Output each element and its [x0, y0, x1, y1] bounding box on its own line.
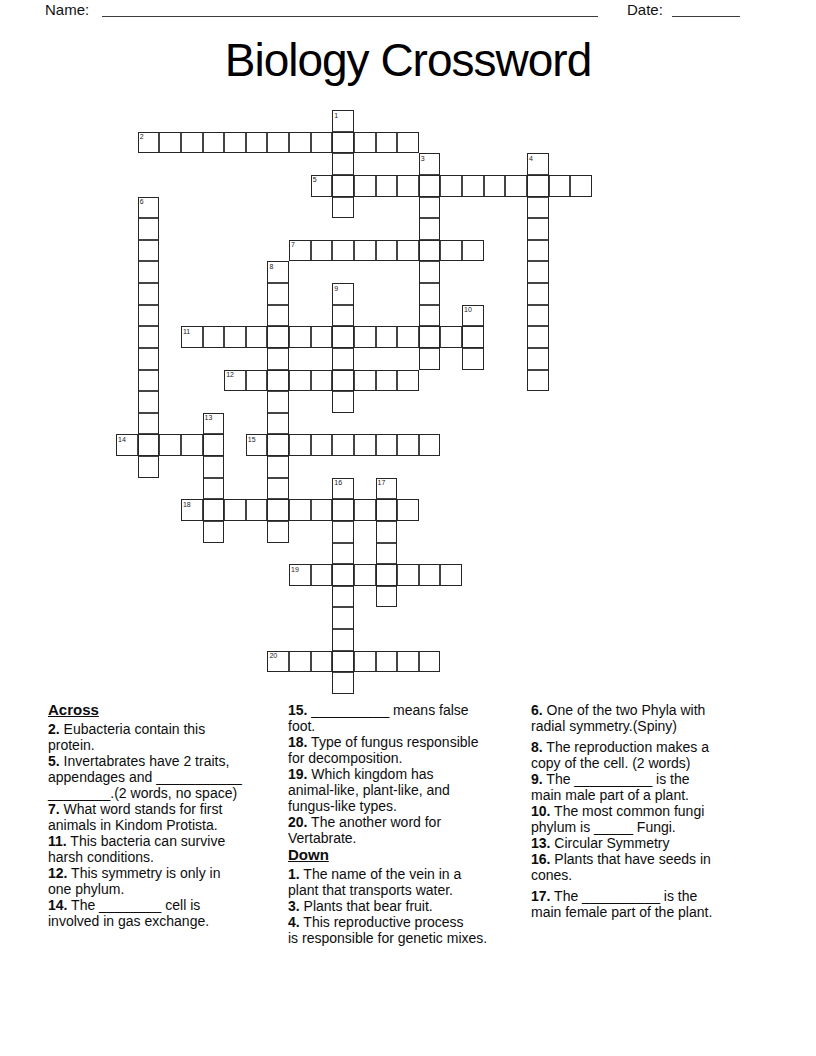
clue-10: 10. The most common fungi phylum is ____…	[531, 803, 773, 835]
cell-r8-c14[interactable]	[419, 283, 441, 305]
cell-r3-c16[interactable]	[462, 175, 484, 197]
cell-r10-c6[interactable]	[246, 326, 268, 348]
clue-9: 9. The __________ is the main male part …	[531, 771, 773, 803]
clue-number-label: 9.	[531, 771, 543, 787]
cell-r14-c1[interactable]	[138, 413, 160, 435]
cell-r18-c9[interactable]	[311, 499, 333, 521]
cell-r12-c1[interactable]	[138, 370, 160, 392]
cell-r13-c10[interactable]	[332, 391, 354, 413]
cell-r1-c5[interactable]	[224, 132, 246, 154]
cell-r15-c13[interactable]	[397, 434, 419, 456]
cell-r1-c10[interactable]	[332, 132, 354, 154]
cell-r12-c8[interactable]	[289, 370, 311, 392]
clue-number-label: 15.	[288, 702, 307, 718]
name-blank-line	[102, 16, 598, 17]
cell-r10-c13[interactable]	[397, 326, 419, 348]
cell-r10-c14[interactable]	[419, 326, 441, 348]
cell-r6-c13[interactable]	[397, 240, 419, 262]
cell-r3-c21[interactable]	[570, 175, 592, 197]
cell-r4-c10[interactable]	[332, 197, 354, 219]
cell-r15-c14[interactable]	[419, 434, 441, 456]
cell-r11-c7[interactable]	[267, 348, 289, 370]
cell-r15-c2[interactable]	[159, 434, 181, 456]
cell-r6-c15[interactable]	[440, 240, 462, 262]
clue-14: 14. The ________ cell is involved in gas…	[48, 897, 290, 929]
cell-r21-c13[interactable]	[397, 564, 419, 586]
cell-r8-c19[interactable]	[527, 283, 549, 305]
clue-12: 12. This symmetry is only in one phylum.	[48, 865, 290, 897]
cell-r4-c1[interactable]	[138, 197, 160, 219]
cell-r12-c9[interactable]	[311, 370, 333, 392]
cell-r6-c14[interactable]	[419, 240, 441, 262]
cell-r3-c19[interactable]	[527, 175, 549, 197]
cell-r6-c12[interactable]	[376, 240, 398, 262]
cell-r1-c3[interactable]	[181, 132, 203, 154]
cell-r1-c6[interactable]	[246, 132, 268, 154]
cell-r9-c19[interactable]	[527, 305, 549, 327]
clue-13: 13. Circular Symmetry	[531, 835, 773, 851]
cell-r11-c14[interactable]	[419, 348, 441, 370]
cell-r9-c16[interactable]	[462, 305, 484, 327]
cell-r1-c13[interactable]	[397, 132, 419, 154]
cell-r3-c10[interactable]	[332, 175, 354, 197]
cell-r10-c12[interactable]	[376, 326, 398, 348]
cell-r22-c10[interactable]	[332, 586, 354, 608]
cell-r3-c18[interactable]	[505, 175, 527, 197]
cell-r25-c7[interactable]	[267, 651, 289, 673]
clue-number-label: 13.	[531, 835, 550, 851]
cell-r18-c11[interactable]	[354, 499, 376, 521]
cell-r15-c0[interactable]	[116, 434, 138, 456]
cell-r6-c1[interactable]	[138, 240, 160, 262]
clue-number-label: 14.	[48, 897, 67, 913]
cell-r15-c6[interactable]	[246, 434, 268, 456]
cell-r25-c12[interactable]	[376, 651, 398, 673]
cell-r5-c19[interactable]	[527, 218, 549, 240]
clue-11: 11. This bacteria can survive harsh cond…	[48, 833, 290, 865]
cell-r25-c14[interactable]	[419, 651, 441, 673]
cell-r21-c10[interactable]	[332, 564, 354, 586]
cell-r17-c4[interactable]	[203, 478, 225, 500]
cell-r1-c12[interactable]	[376, 132, 398, 154]
clue-number-label: 17.	[531, 888, 550, 904]
cell-r1-c11[interactable]	[354, 132, 376, 154]
worksheet-page: { "game": "crossword", "header": { "name…	[0, 0, 816, 1056]
cell-r12-c10[interactable]	[332, 370, 354, 392]
clue-number-label: 12.	[48, 865, 67, 881]
cell-r9-c1[interactable]	[138, 305, 160, 327]
cell-r10-c7[interactable]	[267, 326, 289, 348]
cell-r21-c12[interactable]	[376, 564, 398, 586]
clue-1: 1. The name of the vein in a plant that …	[288, 866, 530, 898]
cell-r12-c6[interactable]	[246, 370, 268, 392]
cell-r15-c8[interactable]	[289, 434, 311, 456]
cell-r3-c9[interactable]	[311, 175, 333, 197]
clue-number-label: 1.	[288, 866, 300, 882]
cell-r18-c6[interactable]	[246, 499, 268, 521]
cell-r3-c15[interactable]	[440, 175, 462, 197]
cell-r25-c11[interactable]	[354, 651, 376, 673]
cell-r5-c14[interactable]	[419, 218, 441, 240]
cell-r10-c16[interactable]	[462, 326, 484, 348]
clue-18: 18. Type of fungus responsible for decom…	[288, 734, 530, 766]
cell-r9-c14[interactable]	[419, 305, 441, 327]
cell-r12-c13[interactable]	[397, 370, 419, 392]
clue-number-label: 10.	[531, 803, 550, 819]
clue-number-label: 18.	[288, 734, 307, 750]
clue-number-label: 19.	[288, 766, 307, 782]
cell-r16-c4[interactable]	[203, 456, 225, 478]
cell-r14-c7[interactable]	[267, 413, 289, 435]
cell-r16-c1[interactable]	[138, 456, 160, 478]
cell-r19-c4[interactable]	[203, 521, 225, 543]
cell-r6-c8[interactable]	[289, 240, 311, 262]
cell-r3-c13[interactable]	[397, 175, 419, 197]
cell-r2-c14[interactable]	[419, 153, 441, 175]
cell-r2-c10[interactable]	[332, 153, 354, 175]
cell-r18-c5[interactable]	[224, 499, 246, 521]
cell-r11-c16[interactable]	[462, 348, 484, 370]
cell-r8-c10[interactable]	[332, 283, 354, 305]
cell-r15-c11[interactable]	[354, 434, 376, 456]
clue-number-label: 5.	[48, 753, 60, 769]
cell-r12-c5[interactable]	[224, 370, 246, 392]
clue-number-label: 8.	[531, 739, 543, 755]
clue-number-label: 20.	[288, 814, 307, 830]
cell-r10-c11[interactable]	[354, 326, 376, 348]
cell-r10-c3[interactable]	[181, 326, 203, 348]
clue-number-label: 7.	[48, 801, 60, 817]
cell-r25-c9[interactable]	[311, 651, 333, 673]
cell-r10-c10[interactable]	[332, 326, 354, 348]
cell-r7-c1[interactable]	[138, 261, 160, 283]
cell-r21-c14[interactable]	[419, 564, 441, 586]
clue-17: 17. The __________ is the main female pa…	[531, 888, 773, 920]
cell-r9-c7[interactable]	[267, 305, 289, 327]
clue-number-label: 3.	[288, 898, 300, 914]
cell-r15-c10[interactable]	[332, 434, 354, 456]
cell-r10-c9[interactable]	[311, 326, 333, 348]
cell-r12-c19[interactable]	[527, 370, 549, 392]
cell-r26-c10[interactable]	[332, 672, 354, 694]
cell-r25-c8[interactable]	[289, 651, 311, 673]
cell-r13-c1[interactable]	[138, 391, 160, 413]
cell-r8-c7[interactable]	[267, 283, 289, 305]
cell-r1-c7[interactable]	[267, 132, 289, 154]
cell-r18-c4[interactable]	[203, 499, 225, 521]
cell-r15-c4[interactable]	[203, 434, 225, 456]
cell-r18-c10[interactable]	[332, 499, 354, 521]
cell-r11-c1[interactable]	[138, 348, 160, 370]
cell-r13-c7[interactable]	[267, 391, 289, 413]
cell-r11-c19[interactable]	[527, 348, 549, 370]
cell-r23-c10[interactable]	[332, 607, 354, 629]
cell-r3-c14[interactable]	[419, 175, 441, 197]
cell-r10-c19[interactable]	[527, 326, 549, 348]
cell-r7-c7[interactable]	[267, 261, 289, 283]
cell-r1-c1[interactable]	[138, 132, 160, 154]
cell-r16-c7[interactable]	[267, 456, 289, 478]
cell-r19-c7[interactable]	[267, 521, 289, 543]
clue-7: 7. What word stands for first animals in…	[48, 801, 290, 833]
page-title: Biology Crossword	[0, 33, 816, 87]
clues-section-header-across: Across	[48, 702, 290, 718]
clues-column-1: Across2. Eubacteria contain this protein…	[48, 702, 290, 929]
cell-r4-c19[interactable]	[527, 197, 549, 219]
cell-r20-c10[interactable]	[332, 543, 354, 565]
cell-r15-c1[interactable]	[138, 434, 160, 456]
cell-r18-c12[interactable]	[376, 499, 398, 521]
cell-r2-c19[interactable]	[527, 153, 549, 175]
date-blank-line	[672, 16, 740, 17]
cell-r19-c10[interactable]	[332, 521, 354, 543]
cell-r6-c10[interactable]	[332, 240, 354, 262]
clue-3: 3. Plants that bear fruit.	[288, 898, 530, 914]
cell-r6-c11[interactable]	[354, 240, 376, 262]
cell-r1-c2[interactable]	[159, 132, 181, 154]
cell-r20-c12[interactable]	[376, 543, 398, 565]
clue-number-label: 4.	[288, 914, 300, 930]
cell-r14-c4[interactable]	[203, 413, 225, 435]
cell-r21-c9[interactable]	[311, 564, 333, 586]
cell-r7-c14[interactable]	[419, 261, 441, 283]
cell-r19-c12[interactable]	[376, 521, 398, 543]
clue-16: 16. Plants that have seeds in cones.	[531, 851, 773, 883]
cell-r18-c3[interactable]	[181, 499, 203, 521]
cell-r15-c12[interactable]	[376, 434, 398, 456]
clue-4: 4. This reproductive process is responsi…	[288, 914, 530, 946]
cell-r21-c15[interactable]	[440, 564, 462, 586]
clue-20: 20. The another word for Vertabrate.	[288, 814, 530, 846]
cell-r4-c14[interactable]	[419, 197, 441, 219]
cell-r1-c4[interactable]	[203, 132, 225, 154]
clue-number-label: 6.	[531, 702, 543, 718]
cell-r25-c10[interactable]	[332, 651, 354, 673]
clue-6: 6. One of the two Phyla with radial symm…	[531, 702, 773, 734]
date-label: Date:	[627, 1, 663, 18]
name-label: Name:	[45, 1, 89, 18]
cell-r10-c8[interactable]	[289, 326, 311, 348]
cell-r17-c12[interactable]	[376, 478, 398, 500]
cell-r21-c8[interactable]	[289, 564, 311, 586]
cell-r5-c1[interactable]	[138, 218, 160, 240]
cell-r12-c11[interactable]	[354, 370, 376, 392]
cell-r18-c7[interactable]	[267, 499, 289, 521]
clue-19: 19. Which kingdom has animal-like, plant…	[288, 766, 530, 814]
cell-r11-c10[interactable]	[332, 348, 354, 370]
cell-r15-c3[interactable]	[181, 434, 203, 456]
cell-r6-c9[interactable]	[311, 240, 333, 262]
clue-2: 2. Eubacteria contain this protein.	[48, 721, 290, 753]
cell-r22-c12[interactable]	[376, 586, 398, 608]
cell-r9-c10[interactable]	[332, 305, 354, 327]
cell-r0-c10[interactable]	[332, 110, 354, 132]
cell-r18-c8[interactable]	[289, 499, 311, 521]
clue-number-label: 11.	[48, 833, 67, 849]
clues-column-3: 6. One of the two Phyla with radial symm…	[531, 702, 773, 920]
cell-r10-c5[interactable]	[224, 326, 246, 348]
cell-r21-c11[interactable]	[354, 564, 376, 586]
cell-r7-c19[interactable]	[527, 261, 549, 283]
cell-r24-c10[interactable]	[332, 629, 354, 651]
clue-8: 8. The reproduction makes a copy of the …	[531, 739, 773, 771]
cell-r10-c15[interactable]	[440, 326, 462, 348]
cell-r3-c17[interactable]	[484, 175, 506, 197]
clue-number-label: 2.	[48, 721, 60, 737]
cell-r12-c7[interactable]	[267, 370, 289, 392]
cell-r10-c1[interactable]	[138, 326, 160, 348]
cell-r3-c11[interactable]	[354, 175, 376, 197]
cell-r18-c13[interactable]	[397, 499, 419, 521]
clue-15: 15. __________ means false foot.	[288, 702, 530, 734]
cell-r15-c7[interactable]	[267, 434, 289, 456]
cell-r8-c1[interactable]	[138, 283, 160, 305]
cell-r1-c8[interactable]	[289, 132, 311, 154]
cell-r6-c19[interactable]	[527, 240, 549, 262]
clues-column-2: 15. __________ means false foot.18. Type…	[288, 702, 530, 946]
cell-r3-c12[interactable]	[376, 175, 398, 197]
cell-r6-c16[interactable]	[462, 240, 484, 262]
cell-r17-c10[interactable]	[332, 478, 354, 500]
cell-r15-c9[interactable]	[311, 434, 333, 456]
clues-section-header-down: Down	[288, 847, 530, 863]
cell-r10-c4[interactable]	[203, 326, 225, 348]
cell-r12-c12[interactable]	[376, 370, 398, 392]
cell-r17-c7[interactable]	[267, 478, 289, 500]
cell-r25-c13[interactable]	[397, 651, 419, 673]
clue-5: 5. Invertabrates have 2 traits, appendag…	[48, 753, 290, 801]
cell-r3-c20[interactable]	[549, 175, 571, 197]
cell-r1-c9[interactable]	[311, 132, 333, 154]
clue-number-label: 16.	[531, 851, 550, 867]
